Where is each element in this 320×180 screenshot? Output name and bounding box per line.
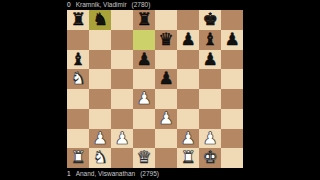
video-frame: 0 Kramnik, Vladimir (2780) ♜♞♜♚♛♟♝♟♝♟♟♞♟… — [0, 0, 320, 180]
piece-white-king[interactable]: ♚ — [202, 148, 217, 168]
square-b7[interactable] — [89, 30, 111, 50]
piece-black-bishop[interactable]: ♝ — [70, 49, 85, 69]
square-d3[interactable] — [133, 109, 155, 129]
square-b8[interactable]: ♞ — [89, 10, 111, 30]
square-c1[interactable] — [111, 148, 133, 168]
square-c4[interactable] — [111, 89, 133, 109]
square-a1[interactable]: ♜ — [67, 148, 89, 168]
square-d8[interactable]: ♜ — [133, 10, 155, 30]
square-e7[interactable]: ♛ — [155, 30, 177, 50]
square-b4[interactable] — [89, 89, 111, 109]
piece-black-rook[interactable]: ♜ — [136, 10, 151, 30]
square-b6[interactable] — [89, 50, 111, 70]
square-g1[interactable]: ♚ — [199, 148, 221, 168]
square-c2[interactable]: ♟ — [111, 129, 133, 149]
square-e8[interactable] — [155, 10, 177, 30]
square-g8[interactable]: ♚ — [199, 10, 221, 30]
piece-black-bishop[interactable]: ♝ — [202, 29, 217, 49]
piece-white-queen[interactable]: ♛ — [136, 148, 151, 168]
square-d6[interactable]: ♟ — [133, 50, 155, 70]
top-player-bar: 0 Kramnik, Vladimir (2780) — [67, 0, 243, 10]
square-b5[interactable] — [89, 69, 111, 89]
piece-black-knight[interactable]: ♞ — [92, 10, 107, 30]
square-h8[interactable] — [221, 10, 243, 30]
piece-black-pawn[interactable]: ♟ — [158, 69, 173, 89]
square-g7[interactable]: ♝ — [199, 30, 221, 50]
square-c8[interactable] — [111, 10, 133, 30]
square-e6[interactable] — [155, 50, 177, 70]
piece-black-king[interactable]: ♚ — [202, 10, 217, 30]
bottom-player-bar: 1 Anand, Viswanathan (2795) — [67, 168, 243, 180]
square-g2[interactable]: ♟ — [199, 129, 221, 149]
piece-black-pawn[interactable]: ♟ — [136, 49, 151, 69]
square-e5[interactable]: ♟ — [155, 69, 177, 89]
piece-black-pawn[interactable]: ♟ — [224, 29, 239, 49]
square-g5[interactable] — [199, 69, 221, 89]
square-f5[interactable] — [177, 69, 199, 89]
square-g6[interactable]: ♟ — [199, 50, 221, 70]
square-e4[interactable] — [155, 89, 177, 109]
square-c6[interactable] — [111, 50, 133, 70]
square-c5[interactable] — [111, 69, 133, 89]
square-d7[interactable] — [133, 30, 155, 50]
square-d5[interactable] — [133, 69, 155, 89]
square-g3[interactable] — [199, 109, 221, 129]
bottom-player-rating: (2795) — [140, 169, 159, 179]
top-player-score: 0 — [67, 0, 71, 10]
square-a5[interactable]: ♞ — [67, 69, 89, 89]
square-f3[interactable] — [177, 109, 199, 129]
piece-white-pawn[interactable]: ♟ — [92, 128, 107, 148]
piece-white-pawn[interactable]: ♟ — [136, 89, 151, 109]
square-f2[interactable]: ♟ — [177, 129, 199, 149]
square-h4[interactable] — [221, 89, 243, 109]
square-h3[interactable] — [221, 109, 243, 129]
square-a4[interactable] — [67, 89, 89, 109]
piece-white-pawn[interactable]: ♟ — [158, 108, 173, 128]
square-e1[interactable] — [155, 148, 177, 168]
square-d2[interactable] — [133, 129, 155, 149]
bottom-player-score: 1 — [67, 169, 71, 179]
piece-black-pawn[interactable]: ♟ — [202, 49, 217, 69]
square-e2[interactable] — [155, 129, 177, 149]
square-f4[interactable] — [177, 89, 199, 109]
square-f6[interactable] — [177, 50, 199, 70]
square-a7[interactable] — [67, 30, 89, 50]
square-f8[interactable] — [177, 10, 199, 30]
piece-white-knight[interactable]: ♞ — [92, 148, 107, 168]
piece-white-pawn[interactable]: ♟ — [202, 128, 217, 148]
square-a2[interactable] — [67, 129, 89, 149]
square-a3[interactable] — [67, 109, 89, 129]
piece-white-pawn[interactable]: ♟ — [180, 128, 195, 148]
square-a6[interactable]: ♝ — [67, 50, 89, 70]
square-h6[interactable] — [221, 50, 243, 70]
square-h7[interactable]: ♟ — [221, 30, 243, 50]
square-h5[interactable] — [221, 69, 243, 89]
piece-black-queen[interactable]: ♛ — [158, 29, 173, 49]
square-g4[interactable] — [199, 89, 221, 109]
piece-white-rook[interactable]: ♜ — [70, 148, 85, 168]
piece-black-rook[interactable]: ♜ — [70, 10, 85, 30]
square-d1[interactable]: ♛ — [133, 148, 155, 168]
piece-white-knight[interactable]: ♞ — [70, 69, 85, 89]
top-player-name: Kramnik, Vladimir — [76, 0, 127, 10]
square-h2[interactable] — [221, 129, 243, 149]
square-e3[interactable]: ♟ — [155, 109, 177, 129]
square-a8[interactable]: ♜ — [67, 10, 89, 30]
square-b2[interactable]: ♟ — [89, 129, 111, 149]
square-f1[interactable]: ♜ — [177, 148, 199, 168]
square-h1[interactable] — [221, 148, 243, 168]
square-d4[interactable]: ♟ — [133, 89, 155, 109]
square-c7[interactable] — [111, 30, 133, 50]
square-c3[interactable] — [111, 109, 133, 129]
top-player-rating: (2780) — [132, 0, 151, 10]
piece-white-rook[interactable]: ♜ — [180, 148, 195, 168]
piece-black-pawn[interactable]: ♟ — [180, 29, 195, 49]
square-f7[interactable]: ♟ — [177, 30, 199, 50]
chess-board[interactable]: ♜♞♜♚♛♟♝♟♝♟♟♞♟♟♟♟♟♟♟♜♞♛♜♚ — [67, 10, 243, 168]
square-b1[interactable]: ♞ — [89, 148, 111, 168]
bottom-player-name: Anand, Viswanathan — [76, 169, 136, 179]
piece-white-pawn[interactable]: ♟ — [114, 128, 129, 148]
square-b3[interactable] — [89, 109, 111, 129]
